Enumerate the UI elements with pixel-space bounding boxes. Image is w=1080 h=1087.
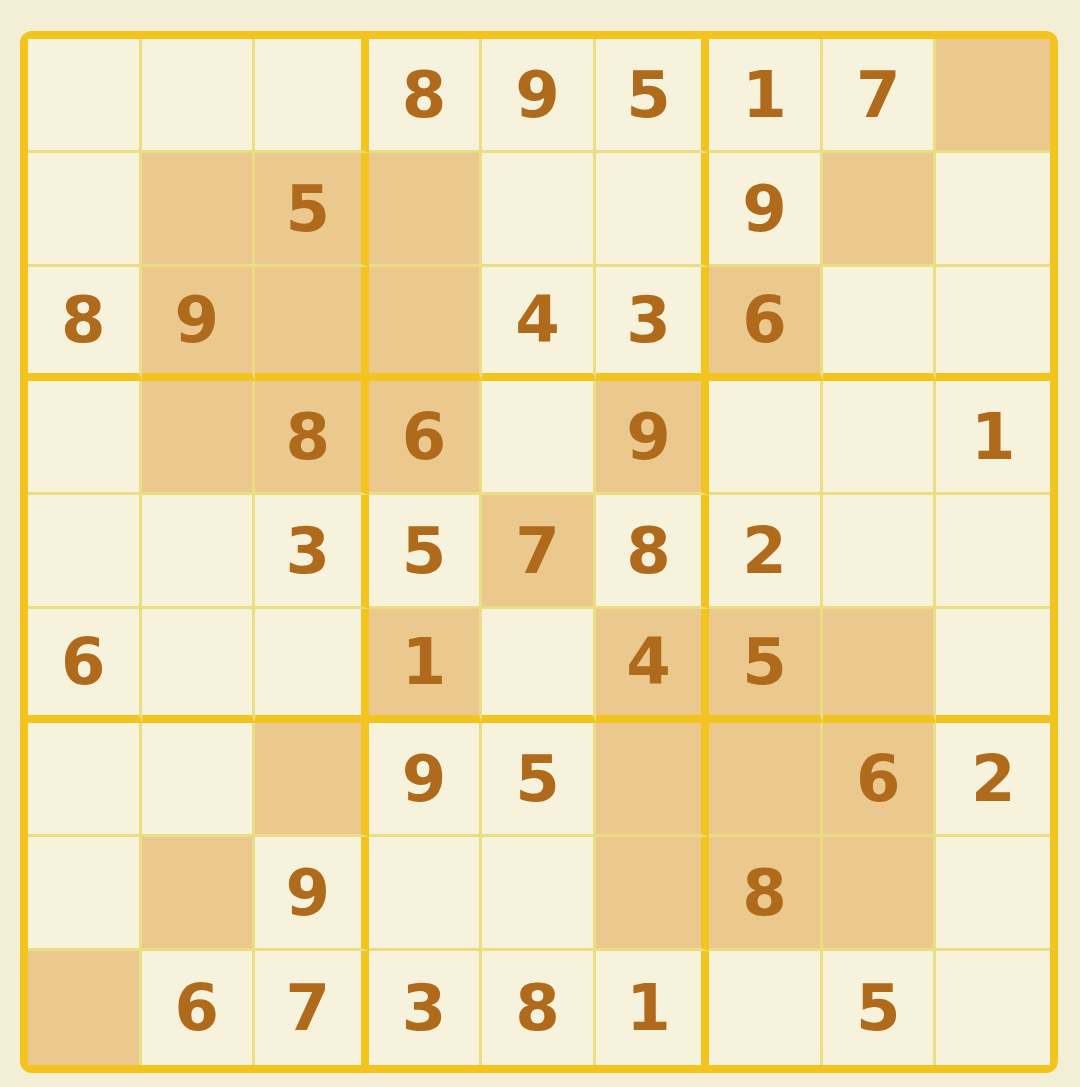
cell-r8c6[interactable] bbox=[596, 837, 710, 951]
cell-r5c2[interactable] bbox=[142, 495, 256, 609]
cell-r1c7[interactable]: 1 bbox=[709, 39, 823, 153]
cell-r4c3[interactable]: 8 bbox=[255, 381, 369, 495]
cell-r2c8[interactable] bbox=[823, 153, 937, 267]
cell-r7c8[interactable]: 6 bbox=[823, 723, 937, 837]
cell-r9c9[interactable] bbox=[936, 951, 1050, 1065]
cell-r8c8[interactable] bbox=[823, 837, 937, 951]
cell-r8c4[interactable] bbox=[369, 837, 483, 951]
cell-r6c9[interactable] bbox=[936, 609, 1050, 723]
cell-r6c8[interactable] bbox=[823, 609, 937, 723]
cell-r2c3[interactable]: 5 bbox=[255, 153, 369, 267]
cell-r3c1[interactable]: 8 bbox=[28, 267, 142, 381]
cell-r9c7[interactable] bbox=[709, 951, 823, 1065]
cell-r9c4[interactable]: 3 bbox=[369, 951, 483, 1065]
cell-r6c4[interactable]: 1 bbox=[369, 609, 483, 723]
cell-r1c6[interactable]: 5 bbox=[596, 39, 710, 153]
cell-r7c1[interactable] bbox=[28, 723, 142, 837]
cell-r9c2[interactable]: 6 bbox=[142, 951, 256, 1065]
cell-r2c9[interactable] bbox=[936, 153, 1050, 267]
cell-r5c6[interactable]: 8 bbox=[596, 495, 710, 609]
cell-r5c8[interactable] bbox=[823, 495, 937, 609]
cell-r1c5[interactable]: 9 bbox=[482, 39, 596, 153]
cell-r7c9[interactable]: 2 bbox=[936, 723, 1050, 837]
cell-r3c6[interactable]: 3 bbox=[596, 267, 710, 381]
cell-r7c5[interactable]: 5 bbox=[482, 723, 596, 837]
cell-r1c9[interactable] bbox=[936, 39, 1050, 153]
cell-r4c9[interactable]: 1 bbox=[936, 381, 1050, 495]
cell-r2c6[interactable] bbox=[596, 153, 710, 267]
cell-r1c8[interactable]: 7 bbox=[823, 39, 937, 153]
cell-r6c6[interactable]: 4 bbox=[596, 609, 710, 723]
cell-r3c4[interactable] bbox=[369, 267, 483, 381]
cell-r8c1[interactable] bbox=[28, 837, 142, 951]
cell-r7c3[interactable] bbox=[255, 723, 369, 837]
cell-r2c4[interactable] bbox=[369, 153, 483, 267]
cell-r7c7[interactable] bbox=[709, 723, 823, 837]
cell-r3c5[interactable]: 4 bbox=[482, 267, 596, 381]
cell-r4c8[interactable] bbox=[823, 381, 937, 495]
cell-r8c3[interactable]: 9 bbox=[255, 837, 369, 951]
cell-r7c2[interactable] bbox=[142, 723, 256, 837]
cell-r9c1[interactable] bbox=[28, 951, 142, 1065]
cell-r1c2[interactable] bbox=[142, 39, 256, 153]
cell-r7c6[interactable] bbox=[596, 723, 710, 837]
cell-r4c5[interactable] bbox=[482, 381, 596, 495]
cell-r8c7[interactable]: 8 bbox=[709, 837, 823, 951]
cell-r9c3[interactable]: 7 bbox=[255, 951, 369, 1065]
cell-r1c1[interactable] bbox=[28, 39, 142, 153]
cell-r4c2[interactable] bbox=[142, 381, 256, 495]
cell-r6c7[interactable]: 5 bbox=[709, 609, 823, 723]
cell-r3c9[interactable] bbox=[936, 267, 1050, 381]
cell-r8c9[interactable] bbox=[936, 837, 1050, 951]
cell-r9c6[interactable]: 1 bbox=[596, 951, 710, 1065]
cell-r2c5[interactable] bbox=[482, 153, 596, 267]
cell-r9c5[interactable]: 8 bbox=[482, 951, 596, 1065]
cell-r5c4[interactable]: 5 bbox=[369, 495, 483, 609]
cell-r8c2[interactable] bbox=[142, 837, 256, 951]
cell-r4c6[interactable]: 9 bbox=[596, 381, 710, 495]
cell-r5c9[interactable] bbox=[936, 495, 1050, 609]
cell-r5c1[interactable] bbox=[28, 495, 142, 609]
sudoku-board: 8951759894368691357826145956298673815 bbox=[20, 31, 1058, 1073]
cell-r8c5[interactable] bbox=[482, 837, 596, 951]
cell-r2c1[interactable] bbox=[28, 153, 142, 267]
cell-r7c4[interactable]: 9 bbox=[369, 723, 483, 837]
cell-r1c4[interactable]: 8 bbox=[369, 39, 483, 153]
cell-r3c7[interactable]: 6 bbox=[709, 267, 823, 381]
cell-r4c1[interactable] bbox=[28, 381, 142, 495]
cell-r5c3[interactable]: 3 bbox=[255, 495, 369, 609]
cell-r4c4[interactable]: 6 bbox=[369, 381, 483, 495]
cell-r2c7[interactable]: 9 bbox=[709, 153, 823, 267]
cell-r3c3[interactable] bbox=[255, 267, 369, 381]
cell-r5c5[interactable]: 7 bbox=[482, 495, 596, 609]
cell-r6c2[interactable] bbox=[142, 609, 256, 723]
cell-r2c2[interactable] bbox=[142, 153, 256, 267]
cell-r4c7[interactable] bbox=[709, 381, 823, 495]
cell-r3c2[interactable]: 9 bbox=[142, 267, 256, 381]
cell-r6c3[interactable] bbox=[255, 609, 369, 723]
cell-r6c5[interactable] bbox=[482, 609, 596, 723]
cell-r5c7[interactable]: 2 bbox=[709, 495, 823, 609]
cell-r9c8[interactable]: 5 bbox=[823, 951, 937, 1065]
cell-r3c8[interactable] bbox=[823, 267, 937, 381]
cell-r1c3[interactable] bbox=[255, 39, 369, 153]
cell-r6c1[interactable]: 6 bbox=[28, 609, 142, 723]
